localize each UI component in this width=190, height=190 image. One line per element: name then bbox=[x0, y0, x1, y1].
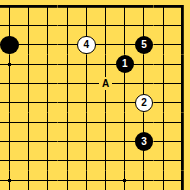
board-cell bbox=[19, 113, 38, 132]
board-cell bbox=[77, 113, 96, 132]
board-cell bbox=[134, 151, 153, 170]
board-cell bbox=[115, 93, 134, 112]
board-cell bbox=[173, 151, 190, 170]
point-label-A-P15: A bbox=[99, 77, 112, 90]
board-cell bbox=[173, 74, 190, 93]
board-cell bbox=[0, 113, 19, 132]
board-cell bbox=[38, 0, 57, 16]
board-cell bbox=[0, 0, 19, 16]
board-cell bbox=[38, 16, 57, 35]
board-cell bbox=[58, 93, 77, 112]
board-cell bbox=[38, 55, 57, 74]
board-cell bbox=[58, 35, 77, 54]
board-cell bbox=[115, 35, 134, 54]
board-cell bbox=[58, 113, 77, 132]
board-cell bbox=[19, 0, 38, 16]
board-cell bbox=[58, 55, 77, 74]
board-cell bbox=[96, 35, 115, 54]
board-cell bbox=[77, 16, 96, 35]
board-cell bbox=[134, 74, 153, 93]
board-cell bbox=[96, 55, 115, 74]
star-point-K10 bbox=[8, 179, 11, 182]
board-cell bbox=[19, 74, 38, 93]
board-cell bbox=[96, 113, 115, 132]
go-board-grid bbox=[0, 0, 190, 190]
board-cell bbox=[38, 113, 57, 132]
board-cell bbox=[19, 55, 38, 74]
board-cell bbox=[173, 132, 190, 151]
board-cell bbox=[154, 74, 173, 93]
board-cell bbox=[154, 55, 173, 74]
board-cell bbox=[38, 171, 57, 190]
board-cell bbox=[77, 151, 96, 170]
board-cell bbox=[154, 151, 173, 170]
board-cell bbox=[19, 171, 38, 190]
board-cell bbox=[173, 35, 190, 54]
board-cell bbox=[134, 55, 153, 74]
board-cell bbox=[115, 132, 134, 151]
board-cell bbox=[173, 0, 190, 16]
board-cell bbox=[134, 0, 153, 16]
board-cell bbox=[19, 93, 38, 112]
go-diagram: 12345A bbox=[0, 0, 190, 190]
board-cell bbox=[115, 0, 134, 16]
board-cell bbox=[58, 132, 77, 151]
board-cell bbox=[115, 16, 134, 35]
board-cell bbox=[96, 171, 115, 190]
board-cell bbox=[77, 0, 96, 16]
board-cell bbox=[173, 16, 190, 35]
board-cell bbox=[77, 93, 96, 112]
board-cell bbox=[154, 132, 173, 151]
star-point-Q10 bbox=[123, 179, 126, 182]
board-cell bbox=[38, 151, 57, 170]
stone-white-O17-move4: 4 bbox=[77, 36, 95, 54]
board-cell bbox=[77, 55, 96, 74]
board-cell bbox=[77, 132, 96, 151]
board-cell bbox=[0, 16, 19, 35]
board-cell bbox=[38, 35, 57, 54]
board-cell bbox=[38, 93, 57, 112]
board-cell bbox=[58, 74, 77, 93]
board-cell bbox=[19, 151, 38, 170]
board-cell bbox=[38, 74, 57, 93]
board-cell bbox=[19, 132, 38, 151]
board-cell bbox=[96, 0, 115, 16]
board-cell bbox=[96, 93, 115, 112]
board-cell bbox=[58, 171, 77, 190]
board-cell bbox=[154, 113, 173, 132]
board-cell bbox=[0, 74, 19, 93]
board-cell bbox=[154, 0, 173, 16]
board-cell bbox=[154, 93, 173, 112]
star-point-K16 bbox=[8, 63, 11, 66]
board-cell bbox=[115, 74, 134, 93]
board-cell bbox=[115, 151, 134, 170]
board-cell bbox=[96, 151, 115, 170]
board-cell bbox=[58, 0, 77, 16]
board-cell bbox=[77, 171, 96, 190]
board-cell bbox=[173, 113, 190, 132]
stone-black-K17 bbox=[0, 36, 18, 54]
board-cell bbox=[77, 74, 96, 93]
board-cell bbox=[134, 16, 153, 35]
board-cell bbox=[0, 151, 19, 170]
board-cell bbox=[58, 16, 77, 35]
board-cell bbox=[173, 93, 190, 112]
board-cell bbox=[134, 113, 153, 132]
board-cell bbox=[96, 16, 115, 35]
board-cell bbox=[154, 35, 173, 54]
board-cell bbox=[0, 132, 19, 151]
board-cell bbox=[0, 93, 19, 112]
board-cell bbox=[134, 171, 153, 190]
board-cell bbox=[19, 16, 38, 35]
board-cell bbox=[173, 171, 190, 190]
board-cell bbox=[19, 35, 38, 54]
stone-black-R12-move3: 3 bbox=[135, 132, 153, 150]
board-cell bbox=[38, 132, 57, 151]
board-cell bbox=[115, 113, 134, 132]
board-cell bbox=[58, 151, 77, 170]
board-cell bbox=[154, 171, 173, 190]
board-cell bbox=[96, 132, 115, 151]
board-cell bbox=[154, 16, 173, 35]
board-cell bbox=[173, 55, 190, 74]
